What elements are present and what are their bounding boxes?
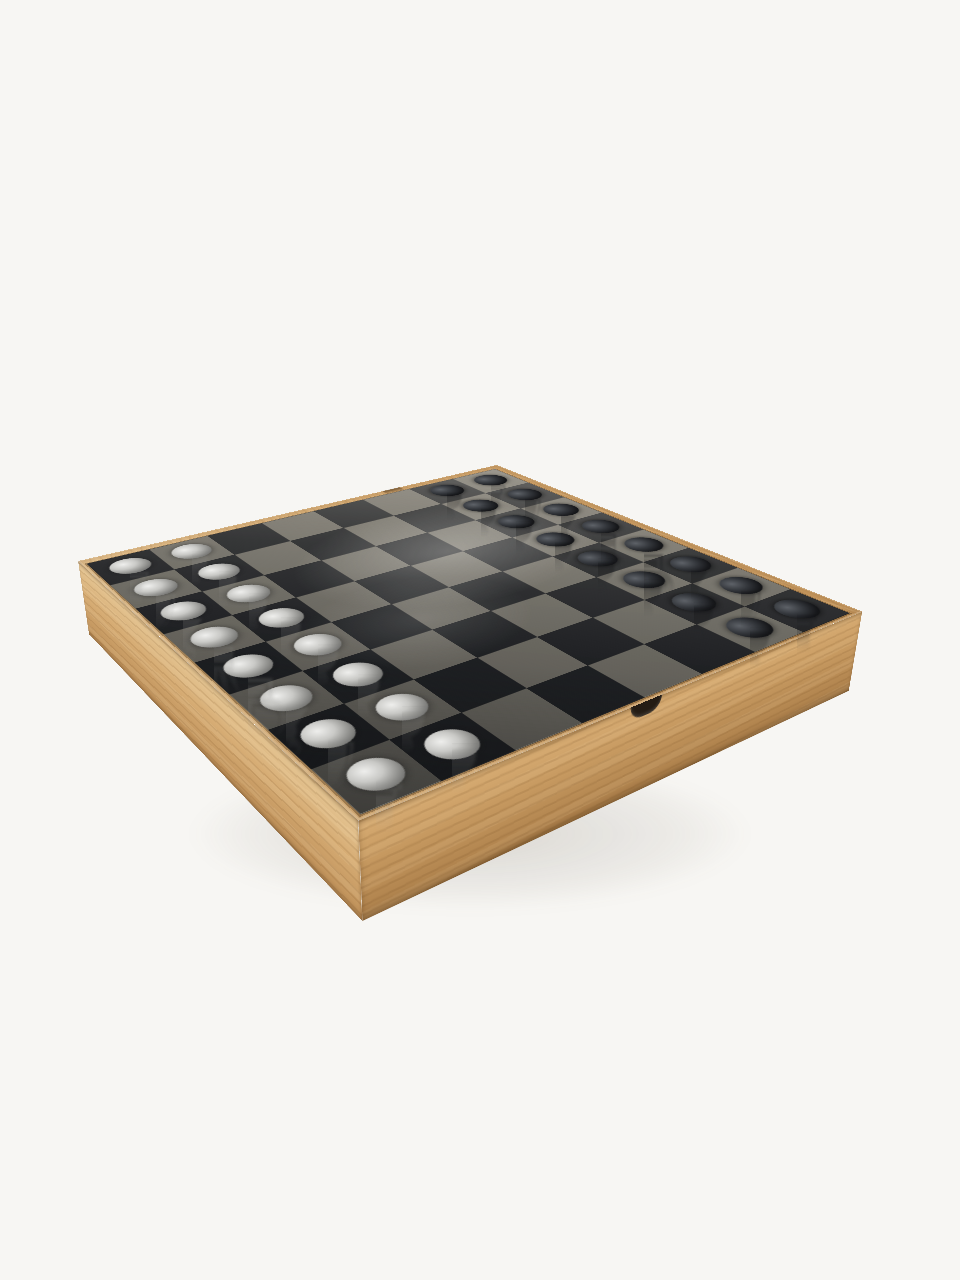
chess-piece-glyph: ♟ xyxy=(416,669,487,749)
scene: ♜♜♟♟♞♞♟♟♝♝♟♟♛♛♟♟♚♚♟♟♟♟♝♝♜♜♟♟♟♟♞♞♞♞♟♟♟♟♜♜… xyxy=(0,0,960,1280)
chess-piece-glyph: ♟ xyxy=(667,544,723,606)
chess-piece-glyph: ♟ xyxy=(572,505,623,562)
product-photo-chess-set: ♜♜♟♟♞♞♟♟♝♝♟♟♛♛♟♟♚♚♟♟♟♟♝♝♜♜♟♟♟♟♞♞♞♞♟♟♟♟♜♜… xyxy=(0,0,960,1280)
chess-piece-glyph: ♜ xyxy=(335,687,417,779)
chess-piece-glyph: ♟ xyxy=(617,523,670,582)
chess-piece-glyph: ♟ xyxy=(721,566,780,631)
